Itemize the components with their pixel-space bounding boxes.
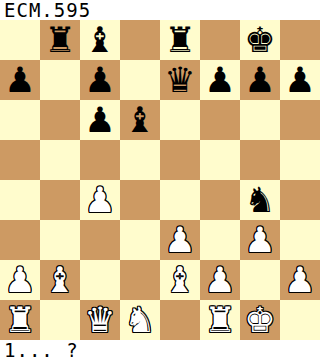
square-b6[interactable] [40,100,80,140]
square-c5[interactable] [80,140,120,180]
square-c1[interactable]: ♛ [80,300,120,340]
piece-black-knight[interactable]: ♞ [244,180,275,220]
square-c4[interactable]: ♟ [80,180,120,220]
piece-black-bishop[interactable]: ♝ [124,100,155,140]
piece-black-king[interactable]: ♚ [244,20,275,60]
square-e3[interactable]: ♟ [160,220,200,260]
square-h7[interactable]: ♟ [280,60,320,100]
square-e1[interactable] [160,300,200,340]
piece-white-bishop[interactable]: ♝ [164,260,195,300]
square-f2[interactable]: ♟ [200,260,240,300]
square-f3[interactable] [200,220,240,260]
square-a3[interactable] [0,220,40,260]
piece-black-pawn[interactable]: ♟ [204,60,235,100]
square-d7[interactable] [120,60,160,100]
piece-black-pawn[interactable]: ♟ [84,100,115,140]
square-b4[interactable] [40,180,80,220]
square-g3[interactable]: ♟ [240,220,280,260]
square-b1[interactable] [40,300,80,340]
chess-puzzle-app: ECM.595 ♜♝♜♚♟♟♛♟♟♟♟♝♟♞♟♟♟♝♝♟♟♜♛♞♜♚ 1... … [0,0,320,360]
square-b7[interactable] [40,60,80,100]
piece-white-pawn[interactable]: ♟ [84,180,115,220]
piece-black-rook[interactable]: ♜ [164,20,195,60]
puzzle-id: ECM.595 [4,0,91,21]
square-c6[interactable]: ♟ [80,100,120,140]
square-a2[interactable]: ♟ [0,260,40,300]
chess-board: ♜♝♜♚♟♟♛♟♟♟♟♝♟♞♟♟♟♝♝♟♟♜♛♞♜♚ [0,20,320,340]
square-d5[interactable] [120,140,160,180]
move-prompt: 1... ? [4,339,79,360]
square-d1[interactable]: ♞ [120,300,160,340]
square-f4[interactable] [200,180,240,220]
square-a4[interactable] [0,180,40,220]
square-g4[interactable]: ♞ [240,180,280,220]
piece-white-bishop[interactable]: ♝ [44,260,75,300]
square-g1[interactable]: ♚ [240,300,280,340]
piece-black-pawn[interactable]: ♟ [244,60,275,100]
square-c7[interactable]: ♟ [80,60,120,100]
piece-white-pawn[interactable]: ♟ [284,260,315,300]
piece-white-rook[interactable]: ♜ [4,300,35,340]
square-g5[interactable] [240,140,280,180]
status-bar: 1... ? [0,340,320,360]
square-f8[interactable] [200,20,240,60]
square-d3[interactable] [120,220,160,260]
square-e6[interactable] [160,100,200,140]
piece-white-pawn[interactable]: ♟ [4,260,35,300]
square-a6[interactable] [0,100,40,140]
square-f1[interactable]: ♜ [200,300,240,340]
square-a8[interactable] [0,20,40,60]
square-h8[interactable] [280,20,320,60]
piece-black-pawn[interactable]: ♟ [284,60,315,100]
square-h4[interactable] [280,180,320,220]
square-h2[interactable]: ♟ [280,260,320,300]
square-d8[interactable] [120,20,160,60]
square-c3[interactable] [80,220,120,260]
piece-white-queen[interactable]: ♛ [84,300,115,340]
square-a5[interactable] [0,140,40,180]
square-b3[interactable] [40,220,80,260]
piece-black-rook[interactable]: ♜ [44,20,75,60]
piece-white-rook[interactable]: ♜ [204,300,235,340]
square-b8[interactable]: ♜ [40,20,80,60]
square-c2[interactable] [80,260,120,300]
piece-black-pawn[interactable]: ♟ [84,60,115,100]
square-a7[interactable]: ♟ [0,60,40,100]
square-g8[interactable]: ♚ [240,20,280,60]
square-e8[interactable]: ♜ [160,20,200,60]
piece-black-bishop[interactable]: ♝ [84,20,115,60]
square-e5[interactable] [160,140,200,180]
piece-white-pawn[interactable]: ♟ [164,220,195,260]
square-e2[interactable]: ♝ [160,260,200,300]
piece-black-pawn[interactable]: ♟ [4,60,35,100]
piece-white-king[interactable]: ♚ [244,300,275,340]
square-h1[interactable] [280,300,320,340]
title-bar: ECM.595 [0,0,320,20]
square-g6[interactable] [240,100,280,140]
square-f6[interactable] [200,100,240,140]
square-a1[interactable]: ♜ [0,300,40,340]
square-d6[interactable]: ♝ [120,100,160,140]
square-h5[interactable] [280,140,320,180]
square-g7[interactable]: ♟ [240,60,280,100]
square-d4[interactable] [120,180,160,220]
square-c8[interactable]: ♝ [80,20,120,60]
square-b2[interactable]: ♝ [40,260,80,300]
square-g2[interactable] [240,260,280,300]
square-b5[interactable] [40,140,80,180]
piece-white-knight[interactable]: ♞ [124,300,155,340]
piece-white-pawn[interactable]: ♟ [204,260,235,300]
piece-black-queen[interactable]: ♛ [164,60,195,100]
piece-white-pawn[interactable]: ♟ [244,220,275,260]
square-e7[interactable]: ♛ [160,60,200,100]
square-h3[interactable] [280,220,320,260]
square-f7[interactable]: ♟ [200,60,240,100]
square-h6[interactable] [280,100,320,140]
square-e4[interactable] [160,180,200,220]
square-d2[interactable] [120,260,160,300]
square-f5[interactable] [200,140,240,180]
